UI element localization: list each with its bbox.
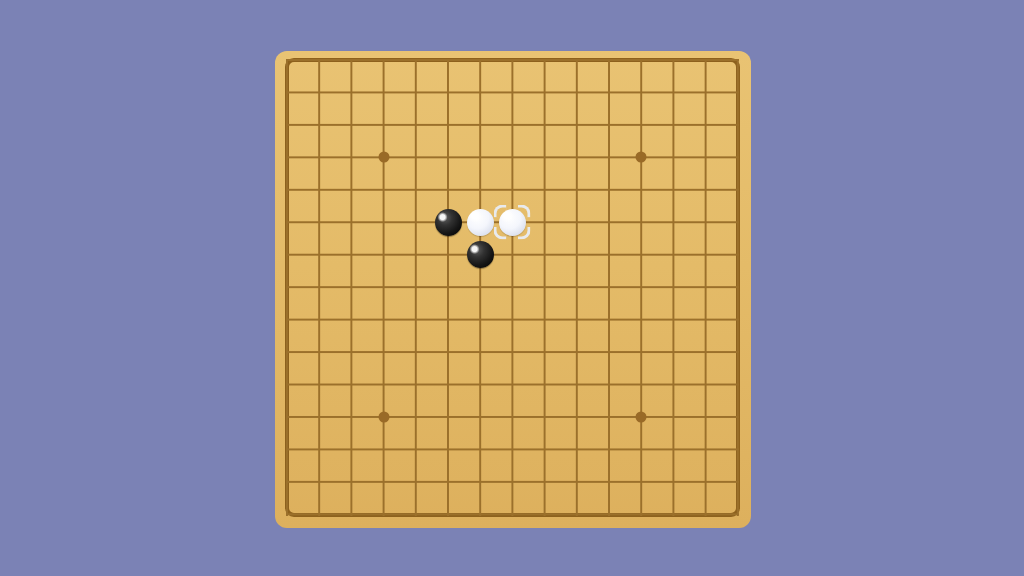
gomoku-board[interactable] — [275, 51, 751, 528]
board-intersection-grid[interactable] — [275, 51, 751, 528]
black-stone — [435, 209, 462, 236]
white-stone — [467, 209, 494, 236]
white-stone — [499, 209, 526, 236]
black-stone — [467, 241, 494, 268]
app-background — [0, 0, 1024, 576]
